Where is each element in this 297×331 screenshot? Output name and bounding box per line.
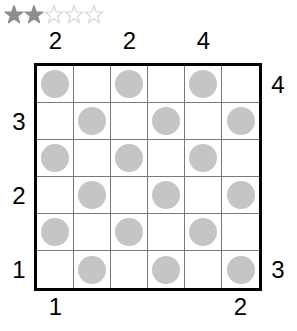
circle-mark bbox=[115, 218, 143, 246]
cell-r1c5[interactable] bbox=[185, 66, 222, 103]
cell-r5c3[interactable] bbox=[111, 214, 148, 251]
clue-bottom-4 bbox=[148, 292, 185, 322]
cell-r3c1[interactable] bbox=[37, 140, 74, 177]
cell-r3c2[interactable] bbox=[74, 140, 111, 177]
cell-r1c3[interactable] bbox=[111, 66, 148, 103]
clue-left-5 bbox=[5, 214, 33, 251]
clue-top-3: 2 bbox=[111, 26, 148, 56]
circle-mark bbox=[189, 70, 217, 98]
clues-left: 321 bbox=[5, 66, 33, 288]
circle-mark bbox=[78, 107, 106, 135]
cell-r3c6[interactable] bbox=[222, 140, 259, 177]
circle-mark bbox=[227, 181, 255, 209]
cell-r4c2[interactable] bbox=[74, 177, 111, 214]
circle-mark bbox=[41, 218, 69, 246]
clue-right-4 bbox=[264, 177, 292, 214]
cell-r5c1[interactable] bbox=[37, 214, 74, 251]
clue-right-3 bbox=[264, 140, 292, 177]
star-filled-icon bbox=[4, 4, 24, 26]
puzzle-board bbox=[34, 63, 262, 291]
circle-mark bbox=[189, 144, 217, 172]
puzzle-page: 224 321 43 12 bbox=[0, 0, 297, 331]
circle-mark bbox=[152, 107, 180, 135]
circle-mark bbox=[78, 181, 106, 209]
cell-r3c5[interactable] bbox=[185, 140, 222, 177]
clue-bottom-6: 2 bbox=[222, 292, 259, 322]
cell-r4c3[interactable] bbox=[111, 177, 148, 214]
cell-r6c2[interactable] bbox=[74, 251, 111, 288]
circle-mark bbox=[152, 181, 180, 209]
cell-r1c4[interactable] bbox=[148, 66, 185, 103]
circle-mark bbox=[189, 218, 217, 246]
clue-left-2: 3 bbox=[5, 103, 33, 140]
cell-r6c3[interactable] bbox=[111, 251, 148, 288]
star-empty-icon bbox=[44, 4, 64, 26]
clue-right-6: 3 bbox=[264, 251, 292, 288]
clue-right-2 bbox=[264, 103, 292, 140]
clue-bottom-1: 1 bbox=[37, 292, 74, 322]
clue-top-2 bbox=[74, 26, 111, 56]
cell-r5c5[interactable] bbox=[185, 214, 222, 251]
circle-mark bbox=[41, 70, 69, 98]
clues-bottom: 12 bbox=[37, 292, 259, 322]
cell-r4c1[interactable] bbox=[37, 177, 74, 214]
clue-left-1 bbox=[5, 66, 33, 103]
cell-r2c3[interactable] bbox=[111, 103, 148, 140]
cell-r1c6[interactable] bbox=[222, 66, 259, 103]
cell-r5c6[interactable] bbox=[222, 214, 259, 251]
clue-left-4: 2 bbox=[5, 177, 33, 214]
cell-r3c4[interactable] bbox=[148, 140, 185, 177]
clue-top-5: 4 bbox=[185, 26, 222, 56]
clue-top-6 bbox=[222, 26, 259, 56]
clue-left-6: 1 bbox=[5, 251, 33, 288]
circle-mark bbox=[227, 107, 255, 135]
cell-r2c4[interactable] bbox=[148, 103, 185, 140]
cell-r4c5[interactable] bbox=[185, 177, 222, 214]
clue-top-4 bbox=[148, 26, 185, 56]
cell-r5c4[interactable] bbox=[148, 214, 185, 251]
star-empty-icon bbox=[84, 4, 104, 26]
clues-top: 224 bbox=[37, 26, 259, 56]
cell-r6c1[interactable] bbox=[37, 251, 74, 288]
cell-r6c5[interactable] bbox=[185, 251, 222, 288]
clue-bottom-2 bbox=[74, 292, 111, 322]
clue-left-3 bbox=[5, 140, 33, 177]
cell-r4c4[interactable] bbox=[148, 177, 185, 214]
circle-mark bbox=[115, 144, 143, 172]
circle-mark bbox=[78, 256, 106, 284]
cell-r6c6[interactable] bbox=[222, 251, 259, 288]
clue-top-1: 2 bbox=[37, 26, 74, 56]
circle-mark bbox=[115, 70, 143, 98]
clue-right-1: 4 bbox=[264, 66, 292, 103]
cell-r4c6[interactable] bbox=[222, 177, 259, 214]
clue-right-5 bbox=[264, 214, 292, 251]
clue-bottom-3 bbox=[111, 292, 148, 322]
circle-mark bbox=[41, 144, 69, 172]
cell-r5c2[interactable] bbox=[74, 214, 111, 251]
clues-right: 43 bbox=[264, 66, 292, 288]
cell-r1c1[interactable] bbox=[37, 66, 74, 103]
cell-r2c1[interactable] bbox=[37, 103, 74, 140]
difficulty-stars bbox=[4, 4, 104, 26]
circle-mark bbox=[152, 256, 180, 284]
cell-r2c5[interactable] bbox=[185, 103, 222, 140]
star-empty-icon bbox=[64, 4, 84, 26]
clue-bottom-5 bbox=[185, 292, 222, 322]
cell-r3c3[interactable] bbox=[111, 140, 148, 177]
cell-r6c4[interactable] bbox=[148, 251, 185, 288]
circle-mark bbox=[227, 256, 255, 284]
cell-r1c2[interactable] bbox=[74, 66, 111, 103]
cell-r2c6[interactable] bbox=[222, 103, 259, 140]
cell-r2c2[interactable] bbox=[74, 103, 111, 140]
star-filled-icon bbox=[24, 4, 44, 26]
